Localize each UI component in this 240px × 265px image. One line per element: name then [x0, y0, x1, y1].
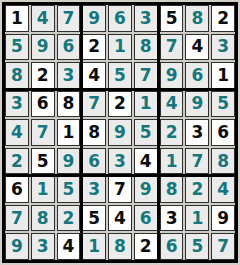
cell-r4c5[interactable]: 2 [108, 91, 132, 118]
cell-r3c3[interactable]: 3 [57, 62, 81, 89]
cell-r2c7[interactable]: 7 [160, 34, 184, 61]
cell-r1c5[interactable]: 6 [108, 5, 132, 32]
cell-r2c3[interactable]: 6 [57, 34, 81, 61]
cell-r8c3[interactable]: 2 [57, 205, 81, 232]
cell-r4c2[interactable]: 6 [31, 91, 55, 118]
cell-r1c8[interactable]: 8 [185, 5, 209, 32]
cell-r3c9[interactable]: 1 [211, 62, 235, 89]
cell-r4c8[interactable]: 9 [185, 91, 209, 118]
cell-r1c2[interactable]: 4 [31, 5, 55, 32]
cell-r9c4[interactable]: 1 [82, 233, 106, 260]
cell-r5c3[interactable]: 1 [57, 119, 81, 146]
sudoku-board-frame: 1479635825962187438234579613687214954718… [2, 2, 238, 263]
cell-r9c9[interactable]: 7 [211, 233, 235, 260]
cell-r3c5[interactable]: 5 [108, 62, 132, 89]
cell-r6c8[interactable]: 7 [185, 148, 209, 175]
cell-r3c4[interactable]: 4 [82, 62, 106, 89]
cell-r3c6[interactable]: 7 [134, 62, 158, 89]
cell-r4c3[interactable]: 8 [57, 91, 81, 118]
cell-r3c7[interactable]: 9 [160, 62, 184, 89]
cell-r7c2[interactable]: 1 [31, 176, 55, 203]
cell-r9c1[interactable]: 9 [5, 233, 29, 260]
sudoku-board: 1479635825962187438234579613687214954718… [5, 5, 235, 260]
cell-r6c6[interactable]: 4 [134, 148, 158, 175]
cell-r3c1[interactable]: 8 [5, 62, 29, 89]
cell-r2c9[interactable]: 3 [211, 34, 235, 61]
cell-r4c4[interactable]: 7 [82, 91, 106, 118]
cell-r2c2[interactable]: 9 [31, 34, 55, 61]
cell-r8c2[interactable]: 8 [31, 205, 55, 232]
cell-r1c4[interactable]: 9 [82, 5, 106, 32]
cell-r9c3[interactable]: 4 [57, 233, 81, 260]
cell-r4c7[interactable]: 4 [160, 91, 184, 118]
cell-r8c9[interactable]: 9 [211, 205, 235, 232]
cell-r6c2[interactable]: 5 [31, 148, 55, 175]
cell-r1c3[interactable]: 7 [57, 5, 81, 32]
cell-r6c3[interactable]: 9 [57, 148, 81, 175]
cell-r6c5[interactable]: 3 [108, 148, 132, 175]
cell-r7c7[interactable]: 8 [160, 176, 184, 203]
cell-r1c9[interactable]: 2 [211, 5, 235, 32]
cell-r3c8[interactable]: 6 [185, 62, 209, 89]
cell-r5c5[interactable]: 9 [108, 119, 132, 146]
cell-r5c4[interactable]: 8 [82, 119, 106, 146]
cell-r9c8[interactable]: 5 [185, 233, 209, 260]
cell-r9c2[interactable]: 3 [31, 233, 55, 260]
cell-r9c5[interactable]: 8 [108, 233, 132, 260]
cell-r8c7[interactable]: 3 [160, 205, 184, 232]
cell-r7c8[interactable]: 2 [185, 176, 209, 203]
cell-r4c6[interactable]: 1 [134, 91, 158, 118]
cell-r1c1[interactable]: 1 [5, 5, 29, 32]
cell-r2c8[interactable]: 4 [185, 34, 209, 61]
cell-r6c4[interactable]: 6 [82, 148, 106, 175]
cell-r8c1[interactable]: 7 [5, 205, 29, 232]
cell-r8c6[interactable]: 6 [134, 205, 158, 232]
cell-r4c9[interactable]: 5 [211, 91, 235, 118]
cell-r9c6[interactable]: 2 [134, 233, 158, 260]
cell-r5c8[interactable]: 3 [185, 119, 209, 146]
cell-r7c5[interactable]: 7 [108, 176, 132, 203]
cell-r1c6[interactable]: 3 [134, 5, 158, 32]
cell-r5c1[interactable]: 4 [5, 119, 29, 146]
cell-r5c7[interactable]: 2 [160, 119, 184, 146]
cell-r2c5[interactable]: 1 [108, 34, 132, 61]
cell-r2c1[interactable]: 5 [5, 34, 29, 61]
cell-r8c5[interactable]: 4 [108, 205, 132, 232]
cell-r4c1[interactable]: 3 [5, 91, 29, 118]
cell-r5c9[interactable]: 6 [211, 119, 235, 146]
cell-r7c3[interactable]: 5 [57, 176, 81, 203]
cell-r1c7[interactable]: 5 [160, 5, 184, 32]
cell-r3c2[interactable]: 2 [31, 62, 55, 89]
cell-r7c6[interactable]: 9 [134, 176, 158, 203]
cell-r7c1[interactable]: 6 [5, 176, 29, 203]
cell-r5c6[interactable]: 5 [134, 119, 158, 146]
cell-r8c8[interactable]: 1 [185, 205, 209, 232]
cell-r7c4[interactable]: 3 [82, 176, 106, 203]
cell-r2c4[interactable]: 2 [82, 34, 106, 61]
cell-r9c7[interactable]: 6 [160, 233, 184, 260]
cell-r6c7[interactable]: 1 [160, 148, 184, 175]
cell-r6c9[interactable]: 8 [211, 148, 235, 175]
cell-r5c2[interactable]: 7 [31, 119, 55, 146]
cell-r6c1[interactable]: 2 [5, 148, 29, 175]
cell-r8c4[interactable]: 5 [82, 205, 106, 232]
cell-r7c9[interactable]: 4 [211, 176, 235, 203]
cell-r2c6[interactable]: 8 [134, 34, 158, 61]
